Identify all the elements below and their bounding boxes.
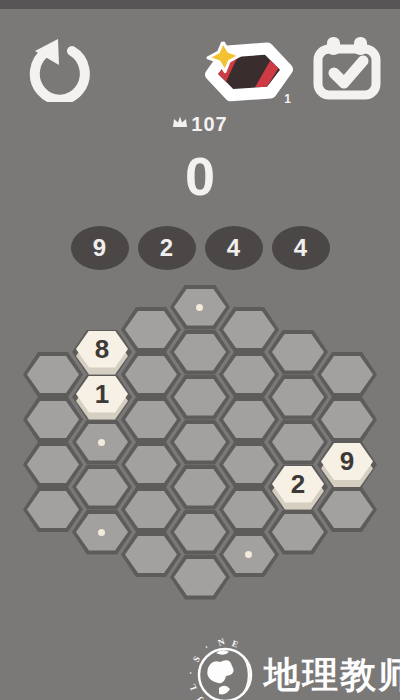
game-screen: 1 107 0 9 2 4 4 8129	[0, 0, 400, 700]
watermark: E N · S · L J 地理教师	[196, 646, 400, 700]
hex-cell-c6r0[interactable]	[317, 352, 377, 397]
hex-cell-c6r3[interactable]	[317, 487, 377, 532]
hex-cell-c6r2[interactable]: 9	[317, 442, 377, 487]
watermark-text: 地理教师	[264, 646, 400, 700]
dot-marker	[98, 529, 105, 536]
hex-board: 8129	[0, 0, 400, 700]
globe-logo-icon: E N · S · L J	[196, 646, 254, 700]
dot-marker	[245, 551, 252, 558]
dot-marker	[196, 304, 203, 311]
hex-cell-c6r1[interactable]	[317, 397, 377, 442]
dot-marker	[98, 439, 105, 446]
number-tile-value: 9	[321, 443, 373, 480]
